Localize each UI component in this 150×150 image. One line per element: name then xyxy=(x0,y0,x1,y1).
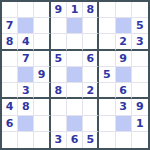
sudoku-cell-given[interactable]: 5 xyxy=(83,132,99,148)
sudoku-cell-empty[interactable] xyxy=(2,67,18,83)
sudoku-cell-given[interactable]: 4 xyxy=(18,34,34,50)
sudoku-cell-empty[interactable] xyxy=(67,34,83,50)
sudoku-cell-empty[interactable] xyxy=(18,2,34,18)
sudoku-cell-empty[interactable] xyxy=(132,51,148,67)
sudoku-cell-empty[interactable] xyxy=(132,132,148,148)
sudoku-cell-empty[interactable] xyxy=(18,116,34,132)
sudoku-cell-empty[interactable] xyxy=(2,51,18,67)
sudoku-cell-given[interactable]: 2 xyxy=(116,34,132,50)
sudoku-cell-empty[interactable] xyxy=(67,51,83,67)
sudoku-cell-empty[interactable] xyxy=(132,2,148,18)
sudoku-cell-given[interactable]: 9 xyxy=(34,67,50,83)
sudoku-cell-empty[interactable] xyxy=(99,83,115,99)
sudoku-cell-given[interactable]: 7 xyxy=(2,18,18,34)
sudoku-cell-given[interactable]: 3 xyxy=(51,132,67,148)
sudoku-cell-empty[interactable] xyxy=(116,132,132,148)
sudoku-cell-given[interactable]: 8 xyxy=(2,34,18,50)
sudoku-cell-empty[interactable] xyxy=(34,83,50,99)
sudoku-cell-given[interactable]: 7 xyxy=(18,51,34,67)
sudoku-cell-given[interactable]: 9 xyxy=(51,2,67,18)
sudoku-cell-empty[interactable] xyxy=(99,116,115,132)
sudoku-cell-empty[interactable] xyxy=(51,116,67,132)
sudoku-cell-empty[interactable] xyxy=(18,67,34,83)
sudoku-cell-given[interactable]: 6 xyxy=(83,51,99,67)
sudoku-cell-given[interactable]: 1 xyxy=(132,116,148,132)
sudoku-cell-empty[interactable] xyxy=(34,132,50,148)
sudoku-cell-empty[interactable] xyxy=(99,2,115,18)
sudoku-cell-given[interactable]: 6 xyxy=(67,132,83,148)
sudoku-cell-empty[interactable] xyxy=(83,99,99,115)
sudoku-cell-given[interactable]: 8 xyxy=(18,99,34,115)
sudoku-cell-empty[interactable] xyxy=(51,67,67,83)
sudoku-cell-empty[interactable] xyxy=(67,116,83,132)
sudoku-cell-given[interactable]: 9 xyxy=(116,51,132,67)
sudoku-cell-given[interactable]: 5 xyxy=(51,51,67,67)
sudoku-cell-empty[interactable] xyxy=(18,132,34,148)
sudoku-cell-given[interactable]: 5 xyxy=(132,18,148,34)
sudoku-cell-empty[interactable] xyxy=(67,99,83,115)
sudoku-cell-empty[interactable] xyxy=(116,67,132,83)
sudoku-cell-empty[interactable] xyxy=(34,51,50,67)
sudoku-cell-given[interactable]: 1 xyxy=(67,2,83,18)
sudoku-cell-empty[interactable] xyxy=(2,83,18,99)
sudoku-cell-empty[interactable] xyxy=(51,18,67,34)
sudoku-cell-empty[interactable] xyxy=(34,34,50,50)
sudoku-cell-empty[interactable] xyxy=(67,83,83,99)
sudoku-cell-empty[interactable] xyxy=(99,51,115,67)
sudoku-cell-empty[interactable] xyxy=(83,18,99,34)
sudoku-cell-given[interactable]: 3 xyxy=(132,34,148,50)
sudoku-cell-empty[interactable] xyxy=(83,34,99,50)
sudoku-cell-empty[interactable] xyxy=(83,67,99,83)
sudoku-cell-given[interactable]: 6 xyxy=(2,116,18,132)
sudoku-cell-empty[interactable] xyxy=(132,83,148,99)
sudoku-cell-given[interactable]: 4 xyxy=(2,99,18,115)
sudoku-cell-empty[interactable] xyxy=(132,67,148,83)
sudoku-cell-empty[interactable] xyxy=(34,2,50,18)
sudoku-cell-empty[interactable] xyxy=(2,132,18,148)
sudoku-cell-empty[interactable] xyxy=(51,99,67,115)
sudoku-cell-empty[interactable] xyxy=(83,116,99,132)
sudoku-cell-empty[interactable] xyxy=(116,116,132,132)
sudoku-cell-empty[interactable] xyxy=(116,2,132,18)
sudoku-cell-given[interactable]: 5 xyxy=(99,67,115,83)
sudoku-cell-given[interactable]: 8 xyxy=(83,2,99,18)
sudoku-cell-given[interactable]: 3 xyxy=(18,83,34,99)
sudoku-cell-given[interactable]: 8 xyxy=(51,83,67,99)
sudoku-cell-given[interactable]: 9 xyxy=(132,99,148,115)
sudoku-cell-empty[interactable] xyxy=(99,132,115,148)
sudoku-board: 9187584237569953826483961365 xyxy=(0,0,150,150)
sudoku-cell-empty[interactable] xyxy=(34,116,50,132)
sudoku-cell-empty[interactable] xyxy=(99,99,115,115)
sudoku-cell-empty[interactable] xyxy=(67,18,83,34)
sudoku-cell-given[interactable]: 6 xyxy=(116,83,132,99)
sudoku-cell-given[interactable]: 2 xyxy=(83,83,99,99)
sudoku-cell-empty[interactable] xyxy=(34,18,50,34)
sudoku-cell-empty[interactable] xyxy=(18,18,34,34)
sudoku-cell-empty[interactable] xyxy=(67,67,83,83)
sudoku-cell-empty[interactable] xyxy=(99,34,115,50)
sudoku-cell-empty[interactable] xyxy=(116,18,132,34)
sudoku-cell-given[interactable]: 3 xyxy=(116,99,132,115)
sudoku-cell-empty[interactable] xyxy=(34,99,50,115)
sudoku-cell-empty[interactable] xyxy=(2,2,18,18)
sudoku-cell-empty[interactable] xyxy=(51,34,67,50)
sudoku-cell-empty[interactable] xyxy=(99,18,115,34)
